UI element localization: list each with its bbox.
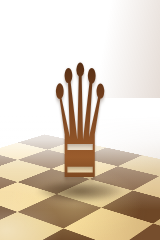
board-area — [0, 0, 160, 240]
photo-frame: ♛ — [0, 0, 160, 240]
chessboard — [0, 134, 160, 240]
